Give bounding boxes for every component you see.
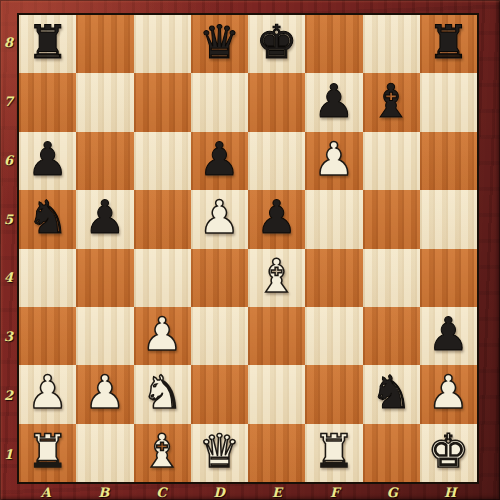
file-label-h: H bbox=[421, 484, 479, 500]
square-a7[interactable] bbox=[19, 73, 76, 131]
square-h6[interactable] bbox=[420, 132, 477, 190]
black-rook[interactable]: ♜ bbox=[27, 19, 68, 65]
square-b3[interactable] bbox=[76, 307, 133, 365]
black-pawn[interactable]: ♟ bbox=[256, 194, 297, 240]
square-e2[interactable] bbox=[248, 365, 305, 423]
square-b2[interactable]: ♟ bbox=[76, 365, 133, 423]
white-bishop[interactable]: ♝ bbox=[142, 428, 183, 474]
square-b5[interactable]: ♟ bbox=[76, 190, 133, 248]
square-c2[interactable]: ♞ bbox=[134, 365, 191, 423]
white-rook[interactable]: ♜ bbox=[27, 428, 68, 474]
black-pawn[interactable]: ♟ bbox=[27, 136, 68, 182]
chess-board: ♜♛♚♜♟♝♟♟♟♞♟♟♟♝♟♟♟♟♞♞♟♜♝♛♜♚ bbox=[19, 15, 477, 482]
white-king[interactable]: ♚ bbox=[428, 428, 469, 474]
square-d8[interactable]: ♛ bbox=[191, 15, 248, 73]
square-d5[interactable]: ♟ bbox=[191, 190, 248, 248]
white-pawn[interactable]: ♟ bbox=[199, 194, 240, 240]
file-label-b: B bbox=[75, 484, 133, 500]
square-e3[interactable] bbox=[248, 307, 305, 365]
square-e7[interactable] bbox=[248, 73, 305, 131]
square-b1[interactable] bbox=[76, 424, 133, 482]
square-h2[interactable]: ♟ bbox=[420, 365, 477, 423]
square-g4[interactable] bbox=[363, 249, 420, 307]
square-a6[interactable]: ♟ bbox=[19, 132, 76, 190]
square-d2[interactable] bbox=[191, 365, 248, 423]
square-f8[interactable] bbox=[305, 15, 362, 73]
square-d3[interactable] bbox=[191, 307, 248, 365]
file-label-f: F bbox=[306, 484, 364, 500]
square-h1[interactable]: ♚ bbox=[420, 424, 477, 482]
square-c4[interactable] bbox=[134, 249, 191, 307]
square-h3[interactable]: ♟ bbox=[420, 307, 477, 365]
square-d4[interactable] bbox=[191, 249, 248, 307]
square-c7[interactable] bbox=[134, 73, 191, 131]
square-g3[interactable] bbox=[363, 307, 420, 365]
square-f6[interactable]: ♟ bbox=[305, 132, 362, 190]
rank-label-7: 7 bbox=[0, 72, 17, 131]
file-label-c: C bbox=[133, 484, 191, 500]
square-a5[interactable]: ♞ bbox=[19, 190, 76, 248]
white-pawn[interactable]: ♟ bbox=[428, 369, 469, 415]
file-label-g: G bbox=[364, 484, 422, 500]
square-e1[interactable] bbox=[248, 424, 305, 482]
square-f2[interactable] bbox=[305, 365, 362, 423]
square-h4[interactable] bbox=[420, 249, 477, 307]
file-label-e: E bbox=[248, 484, 306, 500]
square-h7[interactable] bbox=[420, 73, 477, 131]
rank-label-4: 4 bbox=[0, 249, 17, 308]
square-d1[interactable]: ♛ bbox=[191, 424, 248, 482]
square-g7[interactable]: ♝ bbox=[363, 73, 420, 131]
square-g1[interactable] bbox=[363, 424, 420, 482]
square-a2[interactable]: ♟ bbox=[19, 365, 76, 423]
square-g2[interactable]: ♞ bbox=[363, 365, 420, 423]
chess-board-frame: 87654321 ABCDEFGH ♜♛♚♜♟♝♟♟♟♞♟♟♟♝♟♟♟♟♞♞♟♜… bbox=[0, 0, 500, 500]
square-g5[interactable] bbox=[363, 190, 420, 248]
square-c1[interactable]: ♝ bbox=[134, 424, 191, 482]
rank-label-6: 6 bbox=[0, 131, 17, 190]
black-rook[interactable]: ♜ bbox=[428, 19, 469, 65]
square-g8[interactable] bbox=[363, 15, 420, 73]
file-label-a: A bbox=[17, 484, 75, 500]
square-e8[interactable]: ♚ bbox=[248, 15, 305, 73]
square-a8[interactable]: ♜ bbox=[19, 15, 76, 73]
square-a4[interactable] bbox=[19, 249, 76, 307]
black-pawn[interactable]: ♟ bbox=[84, 194, 125, 240]
square-f4[interactable] bbox=[305, 249, 362, 307]
rank-label-5: 5 bbox=[0, 190, 17, 249]
square-a1[interactable]: ♜ bbox=[19, 424, 76, 482]
black-knight[interactable]: ♞ bbox=[371, 369, 412, 415]
square-b7[interactable] bbox=[76, 73, 133, 131]
square-f3[interactable] bbox=[305, 307, 362, 365]
board-border: ♜♛♚♜♟♝♟♟♟♞♟♟♟♝♟♟♟♟♞♞♟♜♝♛♜♚ bbox=[17, 13, 479, 484]
square-a3[interactable] bbox=[19, 307, 76, 365]
file-labels: ABCDEFGH bbox=[17, 484, 479, 500]
rank-label-2: 2 bbox=[0, 366, 17, 425]
square-f1[interactable]: ♜ bbox=[305, 424, 362, 482]
square-c5[interactable] bbox=[134, 190, 191, 248]
square-b4[interactable] bbox=[76, 249, 133, 307]
black-pawn[interactable]: ♟ bbox=[428, 311, 469, 357]
white-pawn[interactable]: ♟ bbox=[27, 369, 68, 415]
white-rook[interactable]: ♜ bbox=[313, 428, 354, 474]
black-bishop[interactable]: ♝ bbox=[371, 78, 412, 124]
square-g6[interactable] bbox=[363, 132, 420, 190]
square-b6[interactable] bbox=[76, 132, 133, 190]
white-pawn[interactable]: ♟ bbox=[142, 311, 183, 357]
white-queen[interactable]: ♛ bbox=[199, 428, 240, 474]
square-c8[interactable] bbox=[134, 15, 191, 73]
square-h5[interactable] bbox=[420, 190, 477, 248]
square-h8[interactable]: ♜ bbox=[420, 15, 477, 73]
square-f7[interactable]: ♟ bbox=[305, 73, 362, 131]
square-f5[interactable] bbox=[305, 190, 362, 248]
black-queen[interactable]: ♛ bbox=[199, 19, 240, 65]
square-e6[interactable] bbox=[248, 132, 305, 190]
square-d7[interactable] bbox=[191, 73, 248, 131]
black-knight[interactable]: ♞ bbox=[27, 194, 68, 240]
square-c3[interactable]: ♟ bbox=[134, 307, 191, 365]
square-c6[interactable] bbox=[134, 132, 191, 190]
square-d6[interactable]: ♟ bbox=[191, 132, 248, 190]
rank-label-1: 1 bbox=[0, 425, 17, 484]
white-knight[interactable]: ♞ bbox=[142, 369, 183, 415]
white-pawn[interactable]: ♟ bbox=[84, 369, 125, 415]
rank-labels: 87654321 bbox=[0, 13, 17, 484]
rank-label-8: 8 bbox=[0, 13, 17, 72]
black-pawn[interactable]: ♟ bbox=[313, 78, 354, 124]
square-e5[interactable]: ♟ bbox=[248, 190, 305, 248]
white-pawn[interactable]: ♟ bbox=[313, 136, 354, 182]
rank-label-3: 3 bbox=[0, 307, 17, 366]
square-e4[interactable]: ♝ bbox=[248, 249, 305, 307]
file-label-d: D bbox=[190, 484, 248, 500]
white-bishop[interactable]: ♝ bbox=[256, 253, 297, 299]
black-pawn[interactable]: ♟ bbox=[199, 136, 240, 182]
black-king[interactable]: ♚ bbox=[256, 19, 297, 65]
square-b8[interactable] bbox=[76, 15, 133, 73]
